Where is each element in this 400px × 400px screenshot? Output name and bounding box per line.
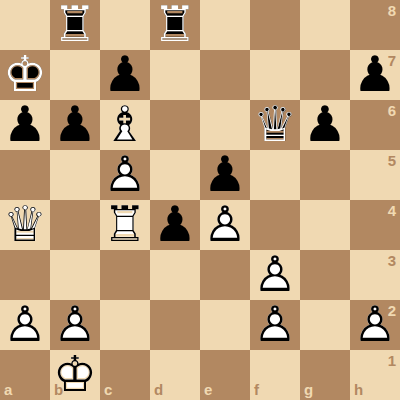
white-pawn-f2[interactable]: ♟♙ (250, 300, 300, 350)
white-pawn-b2[interactable]: ♟♙ (50, 300, 100, 350)
coord-file-h: h (354, 382, 363, 397)
square-h7[interactable]: 7♟ (350, 50, 400, 100)
pawn-fill-glyph: ♟ (253, 300, 297, 350)
rook-fill-glyph: ♜ (53, 0, 97, 50)
square-d7[interactable] (150, 50, 200, 100)
rook-fill-glyph: ♜ (153, 0, 197, 50)
black-rook-d8[interactable]: ♜♖ (150, 0, 200, 50)
coord-file-f: f (254, 382, 259, 397)
queen-fill-glyph: ♛ (253, 100, 297, 150)
pawn-fill-glyph: ♟ (3, 300, 47, 350)
coord-file-a: a (4, 382, 12, 397)
pawn-fill-glyph: ♟ (3, 100, 47, 150)
square-h6[interactable]: 6 (350, 100, 400, 150)
square-a8[interactable] (0, 0, 50, 50)
coord-file-g: g (304, 382, 313, 397)
pawn-fill-glyph: ♟ (53, 300, 97, 350)
square-h8[interactable]: 8 (350, 0, 400, 50)
square-d4[interactable]: ♟ (150, 200, 200, 250)
coord-rank-8: 8 (388, 3, 396, 18)
pawn-fill-glyph: ♟ (353, 300, 397, 350)
king-fill-glyph: ♚ (3, 50, 47, 100)
square-c6[interactable]: ♝♗ (100, 100, 150, 150)
square-a3[interactable] (0, 250, 50, 300)
bishop-fill-glyph: ♝ (103, 100, 147, 150)
square-d5[interactable] (150, 150, 200, 200)
square-h4[interactable]: 4 (350, 200, 400, 250)
king-outline-glyph: ♔ (53, 350, 97, 400)
pawn-outline-glyph: ♙ (3, 300, 47, 350)
coord-rank-4: 4 (388, 203, 396, 218)
pawn-fill-glyph: ♟ (203, 150, 247, 200)
square-g5[interactable] (300, 150, 350, 200)
black-pawn-g6[interactable]: ♟ (300, 100, 350, 150)
square-c5[interactable]: ♟♙ (100, 150, 150, 200)
pawn-outline-glyph: ♙ (353, 300, 397, 350)
square-e6[interactable] (200, 100, 250, 150)
coord-file-d: d (154, 382, 163, 397)
rook-fill-glyph: ♜ (103, 200, 147, 250)
chess-board: ♜♖♜♖8♚♔♟7♟♟♟♝♗♛♕♟6♟♙♟5♛♕♜♖♟♟♙4♟♙3♟♙♟♙♟♙2… (0, 0, 400, 400)
black-pawn-e5[interactable]: ♟ (200, 150, 250, 200)
pawn-outline-glyph: ♙ (253, 300, 297, 350)
black-king-a7[interactable]: ♚♔ (0, 50, 50, 100)
white-pawn-f3[interactable]: ♟♙ (250, 250, 300, 300)
square-h5[interactable]: 5 (350, 150, 400, 200)
square-a7[interactable]: ♚♔ (0, 50, 50, 100)
square-g2[interactable] (300, 300, 350, 350)
square-f2[interactable]: ♟♙ (250, 300, 300, 350)
square-e2[interactable] (200, 300, 250, 350)
square-c3[interactable] (100, 250, 150, 300)
square-b8[interactable]: ♜♖ (50, 0, 100, 50)
coord-file-e: e (204, 382, 212, 397)
square-c8[interactable] (100, 0, 150, 50)
coord-rank-3: 3 (388, 253, 396, 268)
square-g6[interactable]: ♟ (300, 100, 350, 150)
square-e7[interactable] (200, 50, 250, 100)
rook-outline-glyph: ♖ (53, 0, 97, 50)
king-outline-glyph: ♔ (3, 50, 47, 100)
square-f1[interactable]: f (250, 350, 300, 400)
white-pawn-h2[interactable]: ♟♙ (350, 300, 400, 350)
black-queen-f6[interactable]: ♛♕ (250, 100, 300, 150)
square-d3[interactable] (150, 250, 200, 300)
square-c1[interactable]: c (100, 350, 150, 400)
black-pawn-h7[interactable]: ♟ (350, 50, 400, 100)
white-rook-c4[interactable]: ♜♖ (100, 200, 150, 250)
square-d1[interactable]: d (150, 350, 200, 400)
square-b4[interactable] (50, 200, 100, 250)
square-f5[interactable] (250, 150, 300, 200)
queen-outline-glyph: ♕ (253, 100, 297, 150)
square-d2[interactable] (150, 300, 200, 350)
white-pawn-c5[interactable]: ♟♙ (100, 150, 150, 200)
square-b1[interactable]: b♚♔ (50, 350, 100, 400)
square-c4[interactable]: ♜♖ (100, 200, 150, 250)
bishop-outline-glyph: ♗ (103, 100, 147, 150)
square-a5[interactable] (0, 150, 50, 200)
pawn-fill-glyph: ♟ (253, 250, 297, 300)
queen-fill-glyph: ♛ (3, 200, 47, 250)
square-b7[interactable] (50, 50, 100, 100)
coord-rank-5: 5 (388, 153, 396, 168)
rook-outline-glyph: ♖ (153, 0, 197, 50)
pawn-outline-glyph: ♙ (103, 150, 147, 200)
pawn-fill-glyph: ♟ (353, 50, 397, 100)
square-e5[interactable]: ♟ (200, 150, 250, 200)
square-g4[interactable] (300, 200, 350, 250)
square-f4[interactable] (250, 200, 300, 250)
coord-rank-1: 1 (388, 353, 396, 368)
pawn-outline-glyph: ♙ (53, 300, 97, 350)
square-a2[interactable]: ♟♙ (0, 300, 50, 350)
pawn-fill-glyph: ♟ (203, 200, 247, 250)
pawn-outline-glyph: ♙ (253, 250, 297, 300)
square-f8[interactable] (250, 0, 300, 50)
rook-outline-glyph: ♖ (103, 200, 147, 250)
coord-rank-6: 6 (388, 103, 396, 118)
coord-file-c: c (104, 382, 112, 397)
square-a1[interactable]: a (0, 350, 50, 400)
square-c2[interactable] (100, 300, 150, 350)
square-c7[interactable]: ♟ (100, 50, 150, 100)
white-king-b1[interactable]: ♚♔ (50, 350, 100, 400)
square-g7[interactable] (300, 50, 350, 100)
square-h1[interactable]: h1 (350, 350, 400, 400)
square-b6[interactable]: ♟ (50, 100, 100, 150)
square-b5[interactable] (50, 150, 100, 200)
black-pawn-a6[interactable]: ♟ (0, 100, 50, 150)
square-e4[interactable]: ♟♙ (200, 200, 250, 250)
square-b3[interactable] (50, 250, 100, 300)
square-b2[interactable]: ♟♙ (50, 300, 100, 350)
white-bishop-c6[interactable]: ♝♗ (100, 100, 150, 150)
queen-outline-glyph: ♕ (3, 200, 47, 250)
king-fill-glyph: ♚ (53, 350, 97, 400)
square-h3[interactable]: 3 (350, 250, 400, 300)
white-pawn-e4[interactable]: ♟♙ (200, 200, 250, 250)
pawn-fill-glyph: ♟ (103, 150, 147, 200)
pawn-fill-glyph: ♟ (303, 100, 347, 150)
pawn-fill-glyph: ♟ (153, 200, 197, 250)
square-f6[interactable]: ♛♕ (250, 100, 300, 150)
square-g1[interactable]: g (300, 350, 350, 400)
square-a4[interactable]: ♛♕ (0, 200, 50, 250)
square-g3[interactable] (300, 250, 350, 300)
square-d6[interactable] (150, 100, 200, 150)
square-e1[interactable]: e (200, 350, 250, 400)
white-pawn-a2[interactable]: ♟♙ (0, 300, 50, 350)
square-g8[interactable] (300, 0, 350, 50)
white-queen-a4[interactable]: ♛♕ (0, 200, 50, 250)
pawn-fill-glyph: ♟ (103, 50, 147, 100)
square-a6[interactable]: ♟ (0, 100, 50, 150)
black-pawn-d4[interactable]: ♟ (150, 200, 200, 250)
square-f3[interactable]: ♟♙ (250, 250, 300, 300)
square-h2[interactable]: 2♟♙ (350, 300, 400, 350)
square-e8[interactable] (200, 0, 250, 50)
square-f7[interactable] (250, 50, 300, 100)
square-e3[interactable] (200, 250, 250, 300)
square-d8[interactable]: ♜♖ (150, 0, 200, 50)
black-pawn-b6[interactable]: ♟ (50, 100, 100, 150)
black-pawn-c7[interactable]: ♟ (100, 50, 150, 100)
black-rook-b8[interactable]: ♜♖ (50, 0, 100, 50)
pawn-outline-glyph: ♙ (203, 200, 247, 250)
pawn-fill-glyph: ♟ (53, 100, 97, 150)
